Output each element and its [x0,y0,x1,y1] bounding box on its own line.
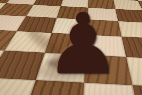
board-square [132,85,142,95]
black-pawn: ♟ [45,2,97,86]
chessboard-photo: ♟ [0,0,142,95]
